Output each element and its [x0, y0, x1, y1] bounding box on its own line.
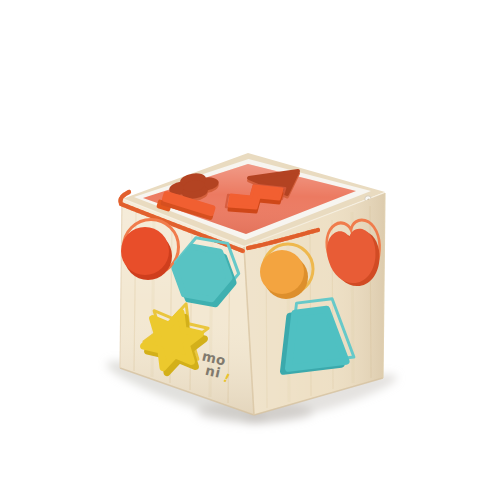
hexagon-piece: [174, 247, 233, 305]
cylinder-piece-face: [260, 250, 304, 294]
shape-sorter-cube-illustration: mo ni !: [0, 0, 490, 490]
circle-piece-face: [121, 227, 169, 275]
product-photo: mo ni !: [0, 0, 490, 490]
hexagon-piece-face: [174, 247, 229, 300]
